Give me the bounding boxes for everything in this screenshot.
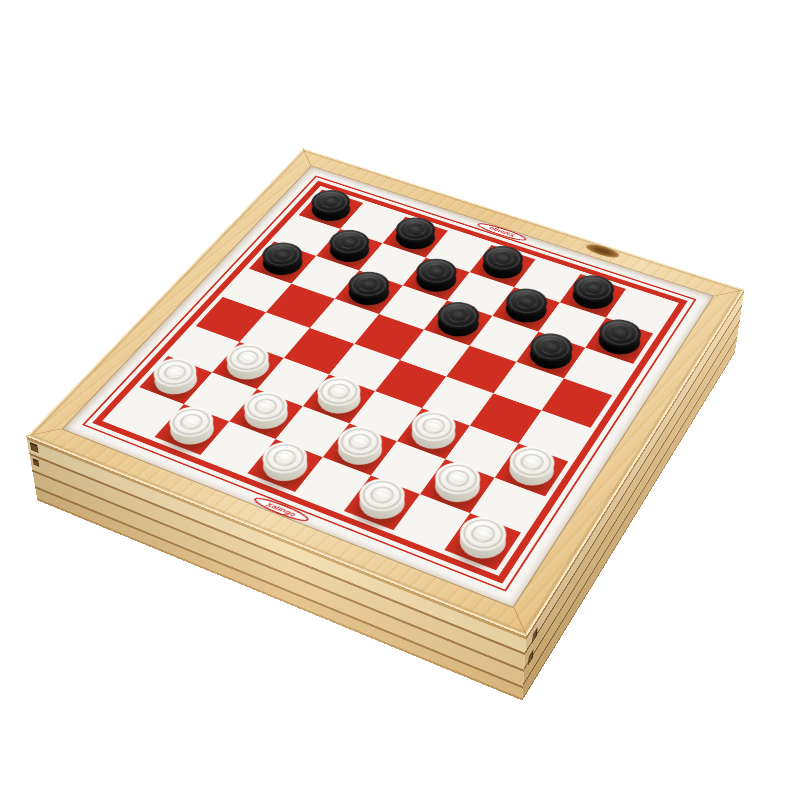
frame-miter xyxy=(26,429,61,437)
piece-glyph: ⛀ xyxy=(324,381,354,402)
board-cell[interactable] xyxy=(400,330,470,377)
piece-glyph: ⛀ xyxy=(250,396,281,418)
lid-groove-notch xyxy=(30,442,39,453)
piece-glyph: ⛀ xyxy=(233,348,263,369)
black-piece[interactable]: ⛂ xyxy=(323,233,377,266)
white-piece[interactable]: ⛀ xyxy=(310,379,368,419)
lid-groove-notch xyxy=(532,627,537,644)
piece-glyph: ⛂ xyxy=(317,193,344,210)
piece-glyph: ⛀ xyxy=(176,411,207,433)
piece-top: ⛀ xyxy=(310,372,369,412)
piece-glyph: ⛂ xyxy=(268,246,296,264)
piece-glyph: ⛂ xyxy=(355,275,383,294)
frame-miter xyxy=(302,148,311,165)
product-photo-scene: Xalingo ⛂⛂⛂⛂⛂⛂⛂⛂⛂⛂⛂⛂⛀⛀⛀⛀⛀⛀⛀⛀⛀⛀⛀⛀ Xalingo xyxy=(0,0,800,800)
piece-glyph: ⛂ xyxy=(513,292,541,311)
piece-glyph: ⛀ xyxy=(442,467,473,490)
white-piece[interactable]: ⛀ xyxy=(502,448,561,491)
piece-glyph: ⛀ xyxy=(269,446,300,469)
piece-glyph: ⛂ xyxy=(423,262,451,281)
piece-top: ⛀ xyxy=(427,457,488,500)
piece-glyph: ⛂ xyxy=(489,249,516,267)
piece-glyph: ⛂ xyxy=(336,233,364,251)
box-top: Xalingo ⛂⛂⛂⛂⛂⛂⛂⛂⛂⛂⛂⛂⛀⛀⛀⛀⛀⛀⛀⛀⛀⛀⛀⛀ Xalingo xyxy=(26,148,744,636)
white-piece[interactable]: ⛀ xyxy=(219,346,277,384)
piece-glyph: ⛀ xyxy=(517,451,547,474)
piece-glyph: ⛀ xyxy=(160,362,190,383)
piece-glyph: ⛂ xyxy=(444,306,472,326)
piece-glyph: ⛂ xyxy=(537,337,565,357)
lid-groove-notch xyxy=(528,649,533,666)
piece-glyph: ⛀ xyxy=(366,483,398,507)
game-box: Xalingo ⛂⛂⛂⛂⛂⛂⛂⛂⛂⛂⛂⛂⛀⛀⛀⛀⛀⛀⛀⛀⛀⛀⛀⛀ Xalingo xyxy=(26,148,744,636)
white-piece[interactable]: ⛀ xyxy=(427,464,487,508)
black-piece[interactable]: ⛂ xyxy=(499,291,553,327)
piece-glyph: ⛂ xyxy=(580,279,607,298)
frame-miter xyxy=(513,608,527,637)
piece-glyph: ⛀ xyxy=(467,521,499,546)
piece-glyph: ⛀ xyxy=(344,430,375,453)
lid-groove-notch xyxy=(33,458,40,467)
black-piece[interactable]: ⛂ xyxy=(592,322,647,359)
piece-glyph: ⛂ xyxy=(606,323,634,343)
piece-glyph: ⛂ xyxy=(402,221,429,239)
piece-glyph: ⛀ xyxy=(419,415,449,437)
